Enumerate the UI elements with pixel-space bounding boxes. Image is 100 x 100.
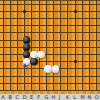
column-label: M [80,94,84,100]
grid-line-horizontal [0,76,100,77]
star-point [74,10,77,13]
white-stone[interactable] [44,65,52,73]
column-label: L [73,94,76,100]
star-point [23,10,26,13]
column-label: C [16,94,20,100]
column-label: F [37,94,40,100]
star-point [74,60,77,63]
grid-line-vertical [89,0,90,91]
column-label: B [8,94,11,100]
column-label: K [66,94,69,100]
column-label: A [1,94,4,100]
grid-line-vertical [60,0,61,91]
grid-line-vertical [17,0,18,91]
grid-line-vertical [3,0,4,91]
grid-line-horizontal [0,32,100,33]
grid-line-vertical [96,0,97,91]
grid-line-vertical [82,0,83,91]
grid-line-horizontal [0,83,100,84]
grid-line-vertical [10,0,11,91]
column-label: D [23,94,27,100]
grid-line-vertical [67,0,68,91]
column-label: N [88,94,92,100]
grid-line-horizontal [0,4,100,5]
grid-line-horizontal [0,18,100,19]
grid-line-vertical [31,0,32,91]
coordinate-strip: ABCDEFGHJKLMNO [0,94,100,100]
column-label: H [52,94,56,100]
grid-line-horizontal [0,47,100,48]
grid-line-horizontal [0,25,100,26]
white-stone[interactable] [52,65,60,73]
grid-line-vertical [75,0,76,91]
column-label: J [59,94,60,100]
white-stone[interactable] [37,51,45,59]
grid-line-horizontal [0,11,100,12]
black-stone[interactable] [23,43,31,51]
black-stone[interactable] [30,58,38,66]
grid-line-horizontal [0,54,100,55]
grid-line-vertical [39,0,40,91]
column-label: E [30,94,33,100]
column-label: G [44,94,48,100]
grid-line-horizontal [0,61,100,62]
board-top-edge [0,0,100,1]
go-board[interactable] [0,0,100,94]
grid-line-vertical [53,0,54,91]
app-window: ABCDEFGHJKLMNO [0,0,100,100]
grid-line-vertical [46,0,47,91]
triangle-marker [23,63,27,67]
column-label: O [95,94,99,100]
grid-line-horizontal [0,40,100,41]
grid-line-horizontal [0,90,100,91]
